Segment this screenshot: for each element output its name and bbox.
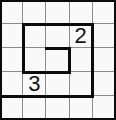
cell-r5c3 (46, 96, 69, 120)
cell-r2c1 (0, 24, 23, 48)
cell-r4c3 (46, 72, 69, 96)
cell-r2c2 (23, 24, 46, 48)
cell-r3c4 (70, 48, 93, 72)
wall-segment (91, 23, 94, 98)
cell-r5c4 (70, 96, 93, 120)
cell-r3c3 (46, 48, 69, 72)
cell-r1c3 (46, 0, 69, 24)
cell-r5c5 (93, 96, 116, 120)
clue-cell-r2c4: 2 (70, 24, 93, 48)
cell-r3c5 (93, 48, 116, 72)
cell-r2c3 (46, 24, 69, 48)
cell-r4c4 (70, 72, 93, 96)
wall-segment (22, 23, 25, 74)
wall-segment (68, 47, 71, 74)
cell-r1c5 (93, 0, 116, 24)
wall-segment (22, 71, 71, 74)
wall-segment (22, 23, 95, 26)
cell-r5c1 (0, 96, 23, 120)
cell-r1c1 (0, 0, 23, 24)
cell-r1c2 (23, 0, 46, 24)
cell-r4c5 (93, 72, 116, 96)
cell-r4c1 (0, 72, 23, 96)
cell-r3c1 (0, 48, 23, 72)
clue-cell-r4c2: 3 (23, 72, 46, 96)
wall-segment (0, 95, 94, 98)
cell-grid: 23 (0, 0, 116, 120)
cell-r2c5 (93, 24, 116, 48)
cell-r3c2 (23, 48, 46, 72)
puzzle-board: 23 (0, 0, 116, 120)
cell-r5c2 (23, 96, 46, 120)
cell-r1c4 (70, 0, 93, 24)
